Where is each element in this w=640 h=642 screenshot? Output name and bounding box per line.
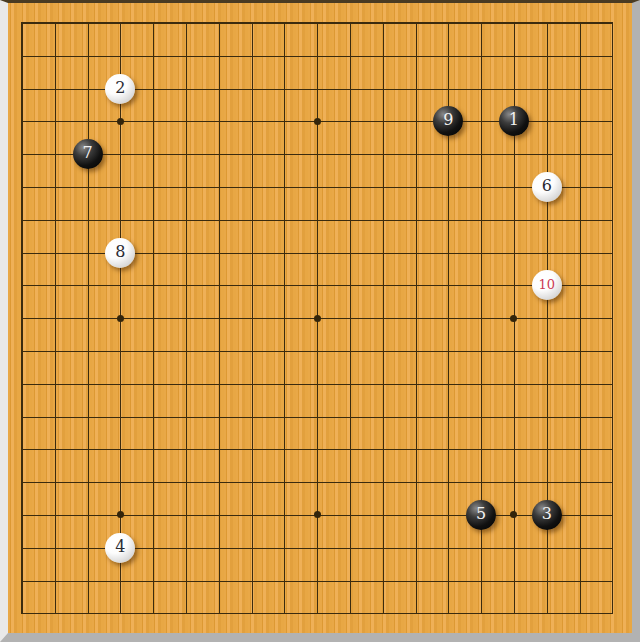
board-intersection-R4: 3 — [530, 499, 563, 532]
stone-white-6: 6 — [532, 172, 562, 202]
move-number-label: 8 — [115, 244, 125, 260]
star-point — [498, 302, 531, 335]
move-number-label: 7 — [83, 145, 93, 161]
star-point — [104, 302, 137, 335]
star-point-dot — [314, 118, 321, 125]
stone-black-9: 9 — [433, 106, 463, 136]
stone-black-1: 1 — [499, 106, 529, 136]
board-intersection-D17: 2 — [104, 72, 137, 105]
star-point-dot — [510, 511, 517, 518]
star-point-dot — [117, 511, 124, 518]
board-intersection-C15: 7 — [71, 138, 104, 171]
move-number-label: 6 — [542, 178, 552, 194]
stone-white-10: 10 — [532, 270, 562, 300]
move-number-label: 9 — [443, 112, 453, 128]
star-point-dot — [117, 315, 124, 322]
star-point-dot — [117, 118, 124, 125]
star-point — [301, 105, 334, 138]
star-point-dot — [510, 315, 517, 322]
star-point — [498, 499, 531, 532]
move-number-label: 3 — [542, 506, 552, 522]
board-intersection-R11: 10 — [530, 269, 563, 302]
move-number-label: 10 — [538, 278, 555, 291]
board-intersection-O16: 9 — [432, 105, 465, 138]
stone-white-2: 2 — [105, 74, 135, 104]
go-board: 12345678910 — [0, 0, 640, 642]
move-number-label: 1 — [509, 112, 519, 128]
stone-white-4: 4 — [105, 533, 135, 563]
move-number-label: 5 — [476, 506, 486, 522]
star-point — [301, 499, 334, 532]
board-intersection-D12: 8 — [104, 236, 137, 269]
stone-black-7: 7 — [73, 139, 103, 169]
stone-white-8: 8 — [105, 238, 135, 268]
move-number-label: 4 — [115, 539, 125, 555]
stone-black-3: 3 — [532, 500, 562, 530]
move-number-label: 2 — [115, 80, 125, 96]
star-point — [301, 302, 334, 335]
board-intersection-P4: 5 — [465, 499, 498, 532]
star-point-dot — [314, 315, 321, 322]
board-intersection-Q16: 1 — [498, 105, 531, 138]
star-point — [104, 105, 137, 138]
board-intersection-D3: 4 — [104, 531, 137, 564]
go-diagram: 12345678910 — [0, 0, 640, 642]
intersection-grid: 12345678910 — [6, 7, 629, 630]
star-point — [104, 499, 137, 532]
board-intersection-R14: 6 — [530, 171, 563, 204]
stone-black-5: 5 — [466, 500, 496, 530]
star-point-dot — [314, 511, 321, 518]
